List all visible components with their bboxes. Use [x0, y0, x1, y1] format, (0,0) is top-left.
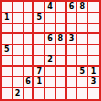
sudoku-cell-r4c5[interactable]: 6: [45, 34, 56, 45]
sudoku-cell-r4c6[interactable]: 8: [56, 34, 67, 45]
sudoku-cell-r8c2[interactable]: [13, 77, 24, 88]
sudoku-cell-r3c5[interactable]: [45, 24, 56, 35]
sudoku-cell-r4c4[interactable]: [34, 34, 45, 45]
sudoku-cell-r1c6[interactable]: [56, 2, 67, 13]
sudoku-cell-r1c5[interactable]: 4: [45, 2, 56, 13]
sudoku-cell-r5c3[interactable]: [24, 45, 35, 56]
sudoku-cell-r8c9[interactable]: 3: [88, 77, 99, 88]
sudoku-cell-r2c6[interactable]: [56, 13, 67, 24]
sudoku-cell-r5c5[interactable]: [45, 45, 56, 56]
sudoku-cell-r2c5[interactable]: [45, 13, 56, 24]
sudoku-cell-r2c3[interactable]: [24, 13, 35, 24]
sudoku-cell-r7c5[interactable]: [45, 67, 56, 78]
sudoku-cell-r2c1[interactable]: 1: [2, 13, 13, 24]
sudoku-cell-r7c8[interactable]: 5: [77, 67, 88, 78]
sudoku-cell-r6c5[interactable]: 2: [45, 56, 56, 67]
sudoku-cell-r5c2[interactable]: [13, 45, 24, 56]
sudoku-cell-r4c7[interactable]: 3: [67, 34, 78, 45]
sudoku-cell-r9c8[interactable]: [77, 88, 88, 99]
sudoku-cell-r7c9[interactable]: 1: [88, 67, 99, 78]
sudoku-cell-r8c3[interactable]: 6: [24, 77, 35, 88]
sudoku-cell-r3c2[interactable]: [13, 24, 24, 35]
sudoku-cell-r1c8[interactable]: 8: [77, 2, 88, 13]
sudoku-cell-r8c7[interactable]: [67, 77, 78, 88]
sudoku-cell-r5c4[interactable]: [34, 45, 45, 56]
sudoku-cell-r3c7[interactable]: [67, 24, 78, 35]
sudoku-cell-r9c4[interactable]: [34, 88, 45, 99]
sudoku-cell-r7c2[interactable]: [13, 67, 24, 78]
sudoku-cell-r3c9[interactable]: [88, 24, 99, 35]
sudoku-cell-r6c4[interactable]: [34, 56, 45, 67]
sudoku-cell-r9c7[interactable]: [67, 88, 78, 99]
sudoku-cell-r1c2[interactable]: [13, 2, 24, 13]
sudoku-cell-r7c4[interactable]: 7: [34, 67, 45, 78]
sudoku-cell-r6c1[interactable]: [2, 56, 13, 67]
sudoku-cell-r4c9[interactable]: [88, 34, 99, 45]
sudoku-cell-r3c3[interactable]: [24, 24, 35, 35]
sudoku-cell-r3c1[interactable]: [2, 24, 13, 35]
sudoku-cell-r7c3[interactable]: [24, 67, 35, 78]
sudoku-cell-r6c6[interactable]: [56, 56, 67, 67]
sudoku-cell-r2c8[interactable]: [77, 13, 88, 24]
sudoku-cell-r9c9[interactable]: [88, 88, 99, 99]
sudoku-cell-r8c1[interactable]: [2, 77, 13, 88]
sudoku-cell-r6c2[interactable]: [13, 56, 24, 67]
sudoku-cell-r7c1[interactable]: [2, 67, 13, 78]
sudoku-cell-r8c5[interactable]: [45, 77, 56, 88]
sudoku-cell-r9c6[interactable]: [56, 88, 67, 99]
sudoku-cell-r9c1[interactable]: [2, 88, 13, 99]
sudoku-cell-r5c8[interactable]: [77, 45, 88, 56]
sudoku-cell-r3c6[interactable]: [56, 24, 67, 35]
sudoku-cell-r1c9[interactable]: [88, 2, 99, 13]
sudoku-cell-r1c3[interactable]: [24, 2, 35, 13]
sudoku-cell-r6c3[interactable]: [24, 56, 35, 67]
sudoku-cell-r5c6[interactable]: [56, 45, 67, 56]
sudoku-cell-r2c2[interactable]: [13, 13, 24, 24]
sudoku-cell-r5c9[interactable]: [88, 45, 99, 56]
sudoku-cell-r3c4[interactable]: [34, 24, 45, 35]
sudoku-cell-r9c2[interactable]: 2: [13, 88, 24, 99]
sudoku-cell-r9c3[interactable]: [24, 88, 35, 99]
sudoku-cell-r4c2[interactable]: [13, 34, 24, 45]
sudoku-cell-r2c9[interactable]: [88, 13, 99, 24]
sudoku-cell-r8c8[interactable]: [77, 77, 88, 88]
sudoku-cell-r1c7[interactable]: 6: [67, 2, 78, 13]
sudoku-cell-r7c7[interactable]: [67, 67, 78, 78]
sudoku-cell-r1c4[interactable]: [34, 2, 45, 13]
sudoku-cell-r5c1[interactable]: 5: [2, 45, 13, 56]
sudoku-cell-r6c7[interactable]: [67, 56, 78, 67]
sudoku-cell-r2c7[interactable]: [67, 13, 78, 24]
sudoku-cell-r3c8[interactable]: [77, 24, 88, 35]
sudoku-cell-r4c1[interactable]: [2, 34, 13, 45]
sudoku-cell-r4c8[interactable]: [77, 34, 88, 45]
sudoku-cell-r6c9[interactable]: [88, 56, 99, 67]
sudoku-board: 46815683527516132: [0, 0, 101, 101]
sudoku-cell-r5c7[interactable]: [67, 45, 78, 56]
sudoku-cell-r8c4[interactable]: 1: [34, 77, 45, 88]
sudoku-cell-r8c6[interactable]: [56, 77, 67, 88]
sudoku-cell-r6c8[interactable]: [77, 56, 88, 67]
sudoku-cell-r4c3[interactable]: [24, 34, 35, 45]
sudoku-cell-r9c5[interactable]: [45, 88, 56, 99]
sudoku-cell-r2c4[interactable]: 5: [34, 13, 45, 24]
sudoku-cell-r1c1[interactable]: [2, 2, 13, 13]
sudoku-cell-r7c6[interactable]: [56, 67, 67, 78]
